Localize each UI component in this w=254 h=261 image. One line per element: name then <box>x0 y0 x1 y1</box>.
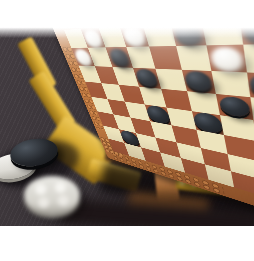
board-square <box>201 15 242 45</box>
black-checker <box>249 74 254 99</box>
board-square <box>170 18 207 46</box>
white-checker <box>209 47 244 71</box>
white-margin <box>0 226 254 261</box>
photo-of-lego-checkers-board <box>0 0 254 261</box>
black-checker <box>172 20 204 44</box>
board-square <box>176 46 212 71</box>
black-checker <box>183 71 213 92</box>
scene <box>0 0 254 226</box>
black-checker <box>241 14 254 43</box>
board-square <box>206 45 246 72</box>
white-checker-offboard-blurred <box>24 176 80 214</box>
